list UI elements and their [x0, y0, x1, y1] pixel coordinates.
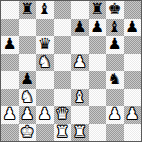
square-b6[interactable] — [19, 36, 37, 54]
square-g6[interactable]: ♟ — [106, 36, 124, 54]
square-e7[interactable]: ♟ — [71, 19, 89, 37]
square-c1[interactable] — [36, 124, 54, 142]
square-c4[interactable] — [36, 71, 54, 89]
piece-black-pawn: ♟ — [125, 19, 139, 37]
square-f2[interactable] — [89, 106, 107, 124]
square-a6[interactable]: ♟ — [1, 36, 19, 54]
square-f6[interactable] — [89, 36, 107, 54]
piece-black-pawn: ♟ — [20, 71, 34, 89]
square-c3[interactable] — [36, 89, 54, 107]
square-f8[interactable]: ♜ — [89, 1, 107, 19]
square-g2[interactable]: ♟ — [106, 106, 124, 124]
square-f3[interactable] — [89, 89, 107, 107]
square-c2[interactable]: ♟ — [36, 106, 54, 124]
square-b4[interactable]: ♟ — [19, 71, 37, 89]
square-h4[interactable] — [124, 71, 142, 89]
square-a4[interactable] — [1, 71, 19, 89]
square-d6[interactable] — [54, 36, 72, 54]
square-h7[interactable]: ♟ — [124, 19, 142, 37]
square-b5[interactable] — [19, 54, 37, 72]
square-d8[interactable] — [54, 1, 72, 19]
square-a2[interactable]: ♟ — [1, 106, 19, 124]
piece-white-knight: ♞ — [38, 54, 52, 72]
square-b8[interactable]: ♜ — [19, 1, 37, 19]
piece-white-king: ♚ — [20, 124, 34, 142]
piece-white-knight: ♞ — [20, 89, 34, 107]
square-a8[interactable] — [1, 1, 19, 19]
square-b7[interactable] — [19, 19, 37, 37]
square-h6[interactable] — [124, 36, 142, 54]
square-h1[interactable] — [124, 124, 142, 142]
piece-white-pawn: ♟ — [73, 54, 87, 72]
square-f1[interactable] — [89, 124, 107, 142]
square-c7[interactable] — [36, 19, 54, 37]
square-d4[interactable] — [54, 71, 72, 89]
square-g8[interactable]: ♚ — [106, 1, 124, 19]
piece-white-pawn: ♟ — [38, 106, 52, 124]
piece-white-pawn: ♟ — [125, 106, 139, 124]
square-e8[interactable] — [71, 1, 89, 19]
piece-white-pawn: ♟ — [108, 106, 122, 124]
piece-black-rook: ♜ — [20, 1, 34, 19]
square-d3[interactable] — [54, 89, 72, 107]
square-h3[interactable] — [124, 89, 142, 107]
piece-black-knight: ♞ — [108, 71, 122, 89]
piece-black-pawn: ♟ — [90, 19, 104, 37]
square-b1[interactable]: ♚ — [19, 124, 37, 142]
square-d1[interactable]: ♜ — [54, 124, 72, 142]
piece-black-bishop: ♝ — [38, 1, 52, 19]
piece-white-rook: ♜ — [55, 124, 69, 142]
square-c5[interactable]: ♞ — [36, 54, 54, 72]
square-g5[interactable] — [106, 54, 124, 72]
square-g1[interactable] — [106, 124, 124, 142]
square-b3[interactable]: ♞ — [19, 89, 37, 107]
square-d5[interactable] — [54, 54, 72, 72]
square-f4[interactable] — [89, 71, 107, 89]
piece-white-rook: ♜ — [73, 124, 87, 142]
square-e2[interactable] — [71, 106, 89, 124]
square-d7[interactable] — [54, 19, 72, 37]
square-e6[interactable] — [71, 36, 89, 54]
piece-white-bishop: ♝ — [73, 89, 87, 107]
square-h5[interactable] — [124, 54, 142, 72]
square-a7[interactable] — [1, 19, 19, 37]
square-a3[interactable] — [1, 89, 19, 107]
square-e3[interactable]: ♝ — [71, 89, 89, 107]
piece-black-rook: ♜ — [90, 1, 104, 19]
square-c8[interactable]: ♝ — [36, 1, 54, 19]
square-e5[interactable]: ♟ — [71, 54, 89, 72]
square-g3[interactable] — [106, 89, 124, 107]
square-b2[interactable]: ♟ — [19, 106, 37, 124]
piece-white-pawn: ♟ — [20, 106, 34, 124]
piece-white-pawn: ♟ — [3, 106, 17, 124]
piece-black-king: ♚ — [108, 1, 122, 19]
chess-board: ♜♝♜♚♟♟♝♟♟♛♟♞♟♟♞♞♝♟♟♟♛♟♟♚♜♜ — [0, 0, 142, 142]
square-g7[interactable]: ♝ — [106, 19, 124, 37]
square-h2[interactable]: ♟ — [124, 106, 142, 124]
piece-black-pawn: ♟ — [3, 36, 17, 54]
piece-white-queen: ♛ — [55, 106, 69, 124]
piece-black-bishop: ♝ — [108, 19, 122, 37]
square-g4[interactable]: ♞ — [106, 71, 124, 89]
piece-black-queen: ♛ — [38, 36, 52, 54]
square-e1[interactable]: ♜ — [71, 124, 89, 142]
piece-black-pawn: ♟ — [108, 36, 122, 54]
piece-black-pawn: ♟ — [73, 19, 87, 37]
square-f5[interactable] — [89, 54, 107, 72]
square-a5[interactable] — [1, 54, 19, 72]
square-e4[interactable] — [71, 71, 89, 89]
square-d2[interactable]: ♛ — [54, 106, 72, 124]
square-h8[interactable] — [124, 1, 142, 19]
square-c6[interactable]: ♛ — [36, 36, 54, 54]
square-f7[interactable]: ♟ — [89, 19, 107, 37]
square-a1[interactable] — [1, 124, 19, 142]
